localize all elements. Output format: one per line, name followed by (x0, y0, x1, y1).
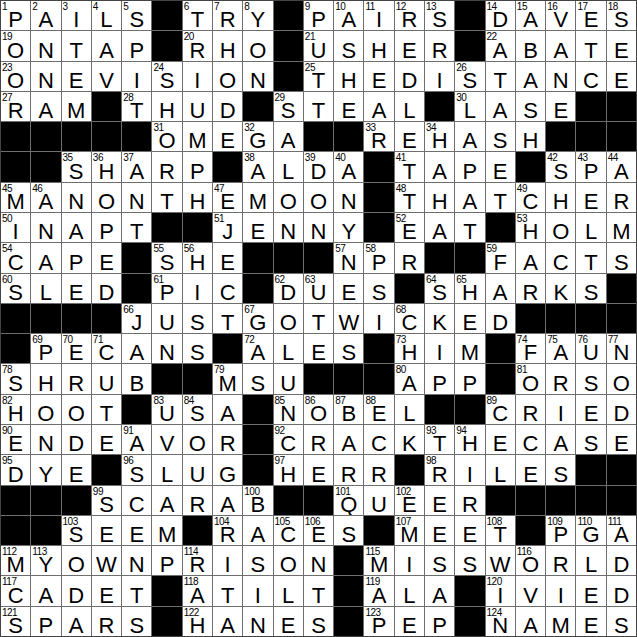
cell-r20c19[interactable]: I (546, 576, 575, 605)
cell-r15c5[interactable]: 91A (122, 425, 151, 454)
cell-r11c16[interactable]: E (455, 304, 484, 333)
cell-r13c16[interactable]: P (455, 364, 484, 393)
cell-r8c9[interactable]: E (243, 213, 272, 242)
cell-r8c5[interactable]: T (122, 213, 151, 242)
cell-r15c2[interactable]: N (31, 425, 60, 454)
cell-r10c18[interactable]: R (516, 274, 545, 303)
cell-r16c13[interactable]: R (364, 455, 393, 484)
cell-r8c20[interactable]: L (576, 213, 605, 242)
cell-r7c14[interactable]: 48T (395, 183, 424, 212)
cell-r13c4[interactable]: U (92, 364, 121, 393)
cell-r7c15[interactable]: H (425, 183, 454, 212)
cell-r7c1[interactable]: 45M (1, 183, 30, 212)
cell-r20c11[interactable]: T (304, 576, 333, 605)
cell-r15c16[interactable]: 94H (455, 425, 484, 454)
cell-r14c2[interactable]: O (31, 395, 60, 424)
cell-r19c19[interactable]: R (546, 546, 575, 575)
cell-r15c11[interactable]: R (304, 425, 333, 454)
cell-r21c14[interactable]: E (395, 607, 424, 636)
cell-r5c10[interactable]: A (274, 122, 303, 151)
cell-r4c16[interactable]: 30L (455, 92, 484, 121)
cell-r21c17[interactable]: 124N (486, 607, 515, 636)
cell-r3c6[interactable]: 24S (152, 62, 181, 91)
cell-r18c14[interactable]: 107M (395, 516, 424, 545)
cell-r1c12[interactable]: 10A (334, 1, 363, 30)
cell-r20c4[interactable]: E (92, 576, 121, 605)
cell-r15c4[interactable]: E (92, 425, 121, 454)
cell-r16c17[interactable]: L (486, 455, 515, 484)
cell-r8c11[interactable]: N (304, 213, 333, 242)
cell-r14c17[interactable]: 89C (486, 395, 515, 424)
cell-r20c5[interactable]: T (122, 576, 151, 605)
cell-r2c5[interactable]: P (122, 31, 151, 60)
cell-r14c21[interactable]: D (607, 395, 636, 424)
cell-r4c13[interactable]: A (364, 92, 393, 121)
cell-r6c14[interactable]: 41T (395, 152, 424, 181)
cell-r19c20[interactable]: L (576, 546, 605, 575)
cell-r18c6[interactable]: M (152, 516, 181, 545)
cell-r14c7[interactable]: 84S (183, 395, 212, 424)
cell-r17c5[interactable]: C (122, 486, 151, 515)
cell-r9c2[interactable]: A (31, 243, 60, 272)
cell-r6c20[interactable]: 43P (576, 152, 605, 181)
cell-r21c19[interactable]: M (546, 607, 575, 636)
cell-r6c12[interactable]: 40A (334, 152, 363, 181)
cell-r20c9[interactable]: I (243, 576, 272, 605)
cell-r10c6[interactable]: 61P (152, 274, 181, 303)
cell-r8c14[interactable]: 52E (395, 213, 424, 242)
cell-r15c14[interactable]: K (395, 425, 424, 454)
cell-r3c3[interactable]: E (62, 62, 91, 91)
cell-r7c3[interactable]: N (62, 183, 91, 212)
cell-r18c10[interactable]: 105C (274, 516, 303, 545)
cell-r13c8[interactable]: 79M (213, 364, 242, 393)
cell-r13c3[interactable]: R (62, 364, 91, 393)
cell-r1c19[interactable]: 16V (546, 1, 575, 30)
cell-r2c17[interactable]: 22A (486, 31, 515, 60)
cell-r12c2[interactable]: 69P (31, 334, 60, 363)
cell-r10c1[interactable]: 60S (1, 274, 30, 303)
cell-r11c13[interactable]: I (364, 304, 393, 333)
cell-r3c16[interactable]: 26S (455, 62, 484, 91)
cell-r8c12[interactable]: Y (334, 213, 363, 242)
cell-r19c10[interactable]: O (274, 546, 303, 575)
cell-r15c19[interactable]: A (546, 425, 575, 454)
cell-r4c5[interactable]: 28T (122, 92, 151, 121)
cell-r1c8[interactable]: 7R (213, 1, 242, 30)
cell-r9c1[interactable]: 54C (1, 243, 30, 272)
cell-r14c19[interactable]: I (546, 395, 575, 424)
cell-r2c4[interactable]: A (92, 31, 121, 60)
cell-r12c20[interactable]: 76U (576, 334, 605, 363)
cell-r12c7[interactable]: S (183, 334, 212, 363)
cell-r18c19[interactable]: 109P (546, 516, 575, 545)
cell-r16c5[interactable]: 96S (122, 455, 151, 484)
cell-r21c20[interactable]: E (576, 607, 605, 636)
cell-r16c1[interactable]: 95D (1, 455, 30, 484)
cell-r15c10[interactable]: 92C (274, 425, 303, 454)
cell-r17c6[interactable]: A (152, 486, 181, 515)
cell-r15c20[interactable]: S (576, 425, 605, 454)
cell-r20c20[interactable]: E (576, 576, 605, 605)
cell-r17c16[interactable]: R (455, 486, 484, 515)
cell-r15c18[interactable]: C (516, 425, 545, 454)
cell-r18c3[interactable]: 103S (62, 516, 91, 545)
cell-r9c6[interactable]: 55S (152, 243, 181, 272)
cell-r11c12[interactable]: W (334, 304, 363, 333)
cell-r4c12[interactable]: E (334, 92, 363, 121)
cell-r20c7[interactable]: 118A (183, 576, 212, 605)
cell-r12c3[interactable]: 70E (62, 334, 91, 363)
cell-r18c21[interactable]: 111A (607, 516, 636, 545)
cell-r19c13[interactable]: 115M (364, 546, 393, 575)
cell-r19c1[interactable]: 112M (1, 546, 30, 575)
cell-r1c13[interactable]: 11I (364, 1, 393, 30)
cell-r6c6[interactable]: R (152, 152, 181, 181)
cell-r21c4[interactable]: R (92, 607, 121, 636)
cell-r9c8[interactable]: E (213, 243, 242, 272)
cell-r16c19[interactable]: S (546, 455, 575, 484)
cell-r3c13[interactable]: E (364, 62, 393, 91)
cell-r8c21[interactable]: M (607, 213, 636, 242)
cell-r20c2[interactable]: A (31, 576, 60, 605)
cell-r10c16[interactable]: 65H (455, 274, 484, 303)
cell-r19c16[interactable]: S (455, 546, 484, 575)
cell-r17c4[interactable]: 99S (92, 486, 121, 515)
cell-r10c12[interactable]: E (334, 274, 363, 303)
cell-r20c10[interactable]: L (274, 576, 303, 605)
cell-r15c8[interactable]: R (213, 425, 242, 454)
cell-r3c14[interactable]: D (395, 62, 424, 91)
cell-r10c17[interactable]: A (486, 274, 515, 303)
cell-r17c8[interactable]: A (213, 486, 242, 515)
cell-r17c14[interactable]: 102E (395, 486, 424, 515)
cell-r1c17[interactable]: 14D (486, 1, 515, 30)
cell-r3c2[interactable]: N (31, 62, 60, 91)
cell-r1c21[interactable]: 18S (607, 1, 636, 30)
cell-r7c8[interactable]: 47E (213, 183, 242, 212)
cell-r6c5[interactable]: 37A (122, 152, 151, 181)
cell-r5c7[interactable]: M (183, 122, 212, 151)
cell-r15c15[interactable]: 93T (425, 425, 454, 454)
cell-r13c19[interactable]: R (546, 364, 575, 393)
cell-r4c10[interactable]: 29S (274, 92, 303, 121)
cell-r4c8[interactable]: D (213, 92, 242, 121)
cell-r18c4[interactable]: E (92, 516, 121, 545)
cell-r16c18[interactable]: E (516, 455, 545, 484)
cell-r18c16[interactable]: E (455, 516, 484, 545)
cell-r2c12[interactable]: S (334, 31, 363, 60)
cell-r13c14[interactable]: 80A (395, 364, 424, 393)
cell-r6c11[interactable]: 39D (304, 152, 333, 181)
cell-r9c7[interactable]: 56H (183, 243, 212, 272)
cell-r2c3[interactable]: T (62, 31, 91, 60)
cell-r6c15[interactable]: A (425, 152, 454, 181)
cell-r10c2[interactable]: L (31, 274, 60, 303)
cell-r19c5[interactable]: N (122, 546, 151, 575)
cell-r7c2[interactable]: 46A (31, 183, 60, 212)
cell-r17c12[interactable]: 101Q (334, 486, 363, 515)
cell-r8c2[interactable]: N (31, 213, 60, 242)
cell-r19c6[interactable]: P (152, 546, 181, 575)
cell-r13c15[interactable]: P (425, 364, 454, 393)
cell-r1c2[interactable]: 2A (31, 1, 60, 30)
cell-r2c18[interactable]: B (516, 31, 545, 60)
cell-r12c10[interactable]: L (274, 334, 303, 363)
cell-r12c16[interactable]: M (455, 334, 484, 363)
cell-r4c14[interactable]: L (395, 92, 424, 121)
cell-r12c6[interactable]: N (152, 334, 181, 363)
cell-r11c7[interactable]: S (183, 304, 212, 333)
cell-r2c20[interactable]: T (576, 31, 605, 60)
cell-r20c17[interactable]: 120I (486, 576, 515, 605)
cell-r4c11[interactable]: T (304, 92, 333, 121)
cell-r7c9[interactable]: M (243, 183, 272, 212)
cell-r18c11[interactable]: 106E (304, 516, 333, 545)
cell-r21c2[interactable]: P (31, 607, 60, 636)
cell-r20c3[interactable]: D (62, 576, 91, 605)
cell-r13c18[interactable]: 81O (516, 364, 545, 393)
cell-r3c4[interactable]: V (92, 62, 121, 91)
cell-r15c7[interactable]: O (183, 425, 212, 454)
cell-r7c12[interactable]: N (334, 183, 363, 212)
cell-r20c13[interactable]: 119A (364, 576, 393, 605)
cell-r9c17[interactable]: 59F (486, 243, 515, 272)
cell-r14c11[interactable]: 86O (304, 395, 333, 424)
cell-r11c10[interactable]: O (274, 304, 303, 333)
cell-r16c15[interactable]: 98R (425, 455, 454, 484)
cell-r3c11[interactable]: 25T (304, 62, 333, 91)
cell-r2c15[interactable]: R (425, 31, 454, 60)
cell-r20c1[interactable]: 117C (1, 576, 30, 605)
cell-r7c20[interactable]: E (576, 183, 605, 212)
cell-r2c7[interactable]: 20R (183, 31, 212, 60)
cell-r18c5[interactable]: E (122, 516, 151, 545)
cell-r15c12[interactable]: A (334, 425, 363, 454)
cell-r21c15[interactable]: P (425, 607, 454, 636)
cell-r7c7[interactable]: H (183, 183, 212, 212)
cell-r2c1[interactable]: 19O (1, 31, 30, 60)
cell-r19c3[interactable]: O (62, 546, 91, 575)
cell-r21c21[interactable]: S (607, 607, 636, 636)
cell-r14c14[interactable]: L (395, 395, 424, 424)
cell-r10c8[interactable]: C (213, 274, 242, 303)
cell-r10c20[interactable]: S (576, 274, 605, 303)
cell-r8c16[interactable]: T (455, 213, 484, 242)
cell-r12c11[interactable]: E (304, 334, 333, 363)
cell-r3c8[interactable]: O (213, 62, 242, 91)
cell-r19c9[interactable]: S (243, 546, 272, 575)
cell-r19c17[interactable]: W (486, 546, 515, 575)
cell-r14c3[interactable]: O (62, 395, 91, 424)
cell-r9c21[interactable]: S (607, 243, 636, 272)
cell-r5c9[interactable]: 32G (243, 122, 272, 151)
cell-r21c1[interactable]: 121S (1, 607, 30, 636)
cell-r1c18[interactable]: 15A (516, 1, 545, 30)
cell-r7c5[interactable]: N (122, 183, 151, 212)
cell-r16c6[interactable]: L (152, 455, 181, 484)
cell-r1c11[interactable]: 9P (304, 1, 333, 30)
cell-r7c17[interactable]: T (486, 183, 515, 212)
cell-r4c6[interactable]: H (152, 92, 181, 121)
cell-r17c15[interactable]: E (425, 486, 454, 515)
cell-r13c20[interactable]: S (576, 364, 605, 393)
cell-r10c7[interactable]: I (183, 274, 212, 303)
cell-r14c18[interactable]: R (516, 395, 545, 424)
cell-r9c18[interactable]: A (516, 243, 545, 272)
cell-r10c3[interactable]: E (62, 274, 91, 303)
cell-r3c9[interactable]: N (243, 62, 272, 91)
cell-r1c14[interactable]: 12R (395, 1, 424, 30)
cell-r7c6[interactable]: T (152, 183, 181, 212)
cell-r3c20[interactable]: C (576, 62, 605, 91)
cell-r16c8[interactable]: G (213, 455, 242, 484)
cell-r4c3[interactable]: M (62, 92, 91, 121)
cell-r8c18[interactable]: 53H (516, 213, 545, 242)
cell-r14c13[interactable]: 88E (364, 395, 393, 424)
cell-r2c21[interactable]: E (607, 31, 636, 60)
cell-r12c14[interactable]: 73H (395, 334, 424, 363)
cell-r6c17[interactable]: E (486, 152, 515, 181)
cell-r10c11[interactable]: 63U (304, 274, 333, 303)
cell-r21c18[interactable]: A (516, 607, 545, 636)
cell-r2c13[interactable]: H (364, 31, 393, 60)
cell-r20c21[interactable]: D (607, 576, 636, 605)
cell-r19c21[interactable]: D (607, 546, 636, 575)
cell-r20c14[interactable]: L (395, 576, 424, 605)
cell-r9c4[interactable]: E (92, 243, 121, 272)
cell-r5c13[interactable]: 33R (364, 122, 393, 151)
cell-r18c12[interactable]: S (334, 516, 363, 545)
cell-r15c6[interactable]: V (152, 425, 181, 454)
cell-r12c19[interactable]: 75A (546, 334, 575, 363)
cell-r6c19[interactable]: 42S (546, 152, 575, 181)
cell-r17c13[interactable]: U (364, 486, 393, 515)
cell-r12c9[interactable]: 72A (243, 334, 272, 363)
cell-r6c4[interactable]: 36H (92, 152, 121, 181)
cell-r15c3[interactable]: D (62, 425, 91, 454)
cell-r8c8[interactable]: 51J (213, 213, 242, 242)
cell-r5c18[interactable]: H (516, 122, 545, 151)
cell-r11c14[interactable]: 68C (395, 304, 424, 333)
cell-r7c11[interactable]: O (304, 183, 333, 212)
cell-r21c3[interactable]: A (62, 607, 91, 636)
cell-r4c19[interactable]: E (546, 92, 575, 121)
cell-r3c21[interactable]: E (607, 62, 636, 91)
cell-r1c15[interactable]: 13S (425, 1, 454, 30)
cell-r13c21[interactable]: O (607, 364, 636, 393)
cell-r2c14[interactable]: E (395, 31, 424, 60)
cell-r15c13[interactable]: C (364, 425, 393, 454)
cell-r4c7[interactable]: U (183, 92, 212, 121)
cell-r13c9[interactable]: S (243, 364, 272, 393)
cell-r17c9[interactable]: 100B (243, 486, 272, 515)
cell-r7c4[interactable]: O (92, 183, 121, 212)
cell-r14c1[interactable]: 82H (1, 395, 30, 424)
cell-r11c17[interactable]: D (486, 304, 515, 333)
cell-r7c21[interactable]: R (607, 183, 636, 212)
cell-r2c2[interactable]: N (31, 31, 60, 60)
cell-r8c19[interactable]: O (546, 213, 575, 242)
cell-r11c15[interactable]: K (425, 304, 454, 333)
cell-r19c7[interactable]: 114R (183, 546, 212, 575)
cell-r11c5[interactable]: 66J (122, 304, 151, 333)
cell-r8c10[interactable]: N (274, 213, 303, 242)
cell-r11c8[interactable]: T (213, 304, 242, 333)
cell-r8c15[interactable]: A (425, 213, 454, 242)
cell-r5c15[interactable]: 34H (425, 122, 454, 151)
cell-r1c7[interactable]: 6T (183, 1, 212, 30)
cell-r2c8[interactable]: H (213, 31, 242, 60)
cell-r11c11[interactable]: T (304, 304, 333, 333)
cell-r8c3[interactable]: A (62, 213, 91, 242)
cell-r12c4[interactable]: 71C (92, 334, 121, 363)
cell-r16c7[interactable]: U (183, 455, 212, 484)
cell-r16c12[interactable]: R (334, 455, 363, 484)
cell-r9c13[interactable]: 58P (364, 243, 393, 272)
cell-r1c3[interactable]: 3I (62, 1, 91, 30)
cell-r12c21[interactable]: 77N (607, 334, 636, 363)
cell-r9c14[interactable]: R (395, 243, 424, 272)
cell-r4c2[interactable]: A (31, 92, 60, 121)
cell-r3c7[interactable]: I (183, 62, 212, 91)
cell-r10c15[interactable]: 64S (425, 274, 454, 303)
cell-r18c9[interactable]: A (243, 516, 272, 545)
cell-r9c19[interactable]: C (546, 243, 575, 272)
cell-r1c1[interactable]: 1P (1, 1, 30, 30)
cell-r7c16[interactable]: A (455, 183, 484, 212)
cell-r18c8[interactable]: 104R (213, 516, 242, 545)
cell-r15c1[interactable]: 90E (1, 425, 30, 454)
cell-r10c19[interactable]: K (546, 274, 575, 303)
cell-r18c17[interactable]: 108T (486, 516, 515, 545)
cell-r21c7[interactable]: 122H (183, 607, 212, 636)
cell-r13c5[interactable]: B (122, 364, 151, 393)
cell-r21c10[interactable]: E (274, 607, 303, 636)
cell-r12c18[interactable]: 74F (516, 334, 545, 363)
cell-r18c20[interactable]: 110G (576, 516, 605, 545)
cell-r21c11[interactable]: S (304, 607, 333, 636)
cell-r7c19[interactable]: H (546, 183, 575, 212)
cell-r21c9[interactable]: N (243, 607, 272, 636)
cell-r15c17[interactable]: E (486, 425, 515, 454)
cell-r8c4[interactable]: P (92, 213, 121, 242)
cell-r4c1[interactable]: 27R (1, 92, 30, 121)
cell-r20c18[interactable]: V (516, 576, 545, 605)
cell-r15c21[interactable]: E (607, 425, 636, 454)
cell-r1c9[interactable]: 8Y (243, 1, 272, 30)
cell-r2c9[interactable]: O (243, 31, 272, 60)
cell-r4c18[interactable]: S (516, 92, 545, 121)
cell-r2c11[interactable]: 21U (304, 31, 333, 60)
cell-r20c8[interactable]: T (213, 576, 242, 605)
cell-r19c8[interactable]: I (213, 546, 242, 575)
cell-r12c12[interactable]: S (334, 334, 363, 363)
cell-r14c20[interactable]: E (576, 395, 605, 424)
cell-r16c10[interactable]: 97H (274, 455, 303, 484)
cell-r12c15[interactable]: I (425, 334, 454, 363)
cell-r13c2[interactable]: H (31, 364, 60, 393)
cell-r2c19[interactable]: A (546, 31, 575, 60)
cell-r3c17[interactable]: T (486, 62, 515, 91)
cell-r16c3[interactable]: E (62, 455, 91, 484)
cell-r19c18[interactable]: 116O (516, 546, 545, 575)
cell-r8c1[interactable]: 50I (1, 213, 30, 242)
cell-r11c9[interactable]: 67G (243, 304, 272, 333)
cell-r7c18[interactable]: 49C (516, 183, 545, 212)
cell-r3c1[interactable]: 23O (1, 62, 30, 91)
cell-r19c15[interactable]: S (425, 546, 454, 575)
